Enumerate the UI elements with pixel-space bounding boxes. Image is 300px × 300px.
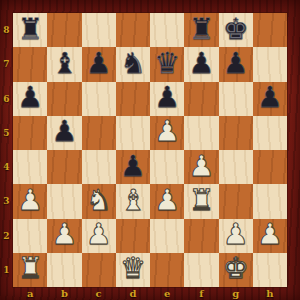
square-h3[interactable] [253,184,287,218]
square-d8[interactable] [116,13,150,47]
square-e7[interactable]: ♛ [150,47,184,81]
piece-black-knight-d7[interactable]: ♞ [120,49,146,78]
square-f6[interactable] [184,82,218,116]
square-d1[interactable]: ♛ [116,253,150,287]
square-f2[interactable] [184,219,218,253]
square-b1[interactable] [47,253,81,287]
square-b3[interactable] [47,184,81,218]
file-label-e: e [150,287,184,300]
square-d2[interactable] [116,219,150,253]
square-e3[interactable]: ♟ [150,184,184,218]
square-e5[interactable]: ♟ [150,116,184,150]
rank-labels: 87654321 [0,13,13,287]
piece-white-bishop-d3[interactable]: ♝ [120,186,146,215]
square-g3[interactable] [219,184,253,218]
square-a6[interactable]: ♟ [13,82,47,116]
rank-label-3: 3 [0,184,13,218]
piece-white-pawn-b2[interactable]: ♟ [51,220,77,249]
square-b8[interactable] [47,13,81,47]
square-a8[interactable]: ♜ [13,13,47,47]
file-label-f: f [184,287,218,300]
square-a2[interactable] [13,219,47,253]
square-h8[interactable] [253,13,287,47]
square-g5[interactable] [219,116,253,150]
square-a4[interactable] [13,150,47,184]
piece-white-pawn-f4[interactable]: ♟ [188,152,214,181]
square-d6[interactable] [116,82,150,116]
square-c3[interactable]: ♞ [82,184,116,218]
square-b4[interactable] [47,150,81,184]
square-e4[interactable] [150,150,184,184]
square-c4[interactable] [82,150,116,184]
square-c1[interactable] [82,253,116,287]
square-f7[interactable]: ♟ [184,47,218,81]
square-g7[interactable]: ♟ [219,47,253,81]
rank-label-4: 4 [0,150,13,184]
square-f3[interactable]: ♜ [184,184,218,218]
square-a1[interactable]: ♜ [13,253,47,287]
square-b5[interactable]: ♟ [47,116,81,150]
rank-label-2: 2 [0,219,13,253]
piece-black-pawn-d4[interactable]: ♟ [120,152,146,181]
chess-board-frame: 87654321 abcdefgh ♜♜♚♝♟♞♛♟♟♟♟♟♟♟♟♟♟♞♝♟♜♟… [0,0,300,300]
piece-black-pawn-a6[interactable]: ♟ [17,83,43,112]
chess-board: ♜♜♚♝♟♞♛♟♟♟♟♟♟♟♟♟♟♞♝♟♜♟♟♟♟♜♛♚ [13,13,287,287]
square-f5[interactable] [184,116,218,150]
square-c5[interactable] [82,116,116,150]
square-h6[interactable]: ♟ [253,82,287,116]
piece-black-bishop-b7[interactable]: ♝ [51,49,77,78]
square-b6[interactable] [47,82,81,116]
piece-black-king-g8[interactable]: ♚ [223,15,249,44]
file-label-h: h [253,287,287,300]
piece-black-pawn-g7[interactable]: ♟ [223,49,249,78]
piece-white-pawn-c2[interactable]: ♟ [86,220,112,249]
piece-white-rook-f3[interactable]: ♜ [188,186,214,215]
piece-white-pawn-e5[interactable]: ♟ [154,117,180,146]
piece-black-pawn-h6[interactable]: ♟ [257,83,283,112]
square-e8[interactable] [150,13,184,47]
square-h5[interactable] [253,116,287,150]
square-a5[interactable] [13,116,47,150]
square-d7[interactable]: ♞ [116,47,150,81]
piece-black-rook-f8[interactable]: ♜ [188,15,214,44]
square-h7[interactable] [253,47,287,81]
square-e1[interactable] [150,253,184,287]
square-g1[interactable]: ♚ [219,253,253,287]
rank-label-1: 1 [0,253,13,287]
file-label-c: c [82,287,116,300]
piece-white-pawn-g2[interactable]: ♟ [223,220,249,249]
rank-label-6: 6 [0,82,13,116]
piece-black-pawn-e6[interactable]: ♟ [154,83,180,112]
square-c6[interactable] [82,82,116,116]
square-g6[interactable] [219,82,253,116]
square-f8[interactable]: ♜ [184,13,218,47]
square-h4[interactable] [253,150,287,184]
piece-white-rook-a1[interactable]: ♜ [17,254,43,283]
square-c7[interactable]: ♟ [82,47,116,81]
square-f1[interactable] [184,253,218,287]
file-label-g: g [219,287,253,300]
square-d5[interactable] [116,116,150,150]
square-h1[interactable] [253,253,287,287]
square-a3[interactable]: ♟ [13,184,47,218]
square-g8[interactable]: ♚ [219,13,253,47]
square-e6[interactable]: ♟ [150,82,184,116]
square-b7[interactable]: ♝ [47,47,81,81]
square-c2[interactable]: ♟ [82,219,116,253]
rank-label-5: 5 [0,116,13,150]
rank-label-7: 7 [0,47,13,81]
square-d3[interactable]: ♝ [116,184,150,218]
file-label-b: b [47,287,81,300]
piece-black-queen-e7[interactable]: ♛ [154,49,180,78]
square-h2[interactable]: ♟ [253,219,287,253]
square-g4[interactable] [219,150,253,184]
file-labels: abcdefgh [13,287,287,300]
piece-white-pawn-h2[interactable]: ♟ [257,220,283,249]
piece-white-pawn-e3[interactable]: ♟ [154,186,180,215]
square-b2[interactable]: ♟ [47,219,81,253]
square-g2[interactable]: ♟ [219,219,253,253]
square-f4[interactable]: ♟ [184,150,218,184]
piece-black-rook-a8[interactable]: ♜ [17,15,43,44]
square-a7[interactable] [13,47,47,81]
piece-white-knight-c3[interactable]: ♞ [86,186,112,215]
square-e2[interactable] [150,219,184,253]
file-label-d: d [116,287,150,300]
square-c8[interactable] [82,13,116,47]
piece-black-pawn-b5[interactable]: ♟ [51,117,77,146]
file-label-a: a [13,287,47,300]
piece-white-queen-d1[interactable]: ♛ [120,254,146,283]
rank-label-8: 8 [0,13,13,47]
piece-white-pawn-a3[interactable]: ♟ [17,186,43,215]
piece-white-king-g1[interactable]: ♚ [223,254,249,283]
piece-black-pawn-c7[interactable]: ♟ [86,49,112,78]
piece-black-pawn-f7[interactable]: ♟ [188,49,214,78]
square-d4[interactable]: ♟ [116,150,150,184]
